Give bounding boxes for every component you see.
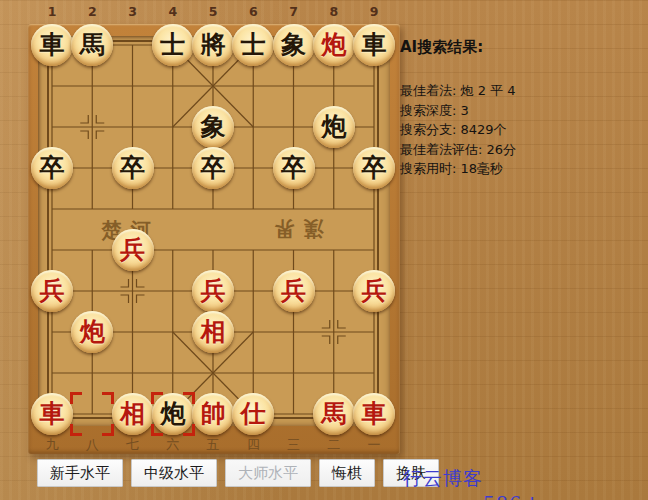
file-label-top-4: 4 bbox=[162, 4, 184, 19]
red-soldier-piece[interactable]: 兵 bbox=[31, 270, 73, 312]
file-label-bottom-8: 二 bbox=[323, 436, 345, 454]
file-label-bottom-9: 一 bbox=[363, 436, 385, 454]
file-label-top-5: 5 bbox=[202, 4, 224, 19]
xiangqi-board[interactable]: 楚河 漢界 車馬士將士象炮車象炮卒卒卒卒卒兵兵兵兵兵炮相車相炮帥仕馬車 九八七六… bbox=[28, 24, 400, 454]
ai-result-line-3: 搜索分支: 8429个 bbox=[400, 120, 646, 140]
ai-result-line-5: 搜索用时: 18毫秒 bbox=[400, 159, 646, 179]
intermediate-level-button[interactable]: 中级水平 bbox=[131, 459, 217, 487]
black-chariot-piece[interactable]: 車 bbox=[353, 24, 395, 66]
ai-search-panel: AI搜索结果: 最佳着法: 炮 2 平 4搜索深度: 3搜索分支: 8429个最… bbox=[400, 38, 646, 179]
file-label-bottom-4: 六 bbox=[162, 436, 184, 454]
file-label-top-3: 3 bbox=[122, 4, 144, 19]
black-general-piece[interactable]: 將 bbox=[192, 24, 234, 66]
black-soldier-piece[interactable]: 卒 bbox=[112, 147, 154, 189]
red-soldier-piece[interactable]: 兵 bbox=[273, 270, 315, 312]
undo-move-button[interactable]: 悔棋 bbox=[319, 459, 375, 487]
red-general-piece[interactable]: 帥 bbox=[192, 393, 234, 435]
red-soldier-piece[interactable]: 兵 bbox=[112, 229, 154, 271]
file-label-top-6: 6 bbox=[242, 4, 264, 19]
file-label-bottom-5: 五 bbox=[202, 436, 224, 454]
file-label-bottom-3: 七 bbox=[122, 436, 144, 454]
watermark-text: 行云博客 www.xy586.top bbox=[403, 466, 648, 500]
black-cannon-piece[interactable]: 炮 bbox=[313, 106, 355, 148]
black-soldier-piece[interactable]: 卒 bbox=[31, 147, 73, 189]
last-move-to-marker bbox=[151, 392, 195, 436]
file-label-bottom-7: 三 bbox=[283, 436, 305, 454]
black-elephant-piece[interactable]: 象 bbox=[192, 106, 234, 148]
master-level-button: 大师水平 bbox=[225, 459, 311, 487]
file-label-top-1: 1 bbox=[41, 4, 63, 19]
app-window: 123456789 楚河 漢界 車馬士將士象炮車象炮卒卒卒卒卒兵兵兵兵兵炮相車相… bbox=[0, 0, 648, 500]
red-elephant-piece[interactable]: 相 bbox=[192, 311, 234, 353]
file-label-bottom-2: 八 bbox=[81, 436, 103, 454]
red-advisor-piece[interactable]: 仕 bbox=[232, 393, 274, 435]
red-chariot-piece[interactable]: 車 bbox=[31, 393, 73, 435]
bottom-file-labels: 九八七六五四三二一 bbox=[28, 436, 400, 452]
red-chariot-piece[interactable]: 車 bbox=[353, 393, 395, 435]
black-horse-piece[interactable]: 馬 bbox=[71, 24, 113, 66]
last-move-from-marker bbox=[70, 392, 114, 436]
red-elephant-piece[interactable]: 相 bbox=[112, 393, 154, 435]
red-cannon-piece[interactable]: 炮 bbox=[71, 311, 113, 353]
file-label-bottom-1: 九 bbox=[41, 436, 63, 454]
ai-panel-title: AI搜索结果: bbox=[400, 38, 646, 57]
ai-result-line-1: 最佳着法: 炮 2 平 4 bbox=[400, 81, 646, 101]
black-soldier-piece[interactable]: 卒 bbox=[353, 147, 395, 189]
novice-level-button[interactable]: 新手水平 bbox=[37, 459, 123, 487]
file-label-top-8: 8 bbox=[323, 4, 345, 19]
file-label-top-2: 2 bbox=[81, 4, 103, 19]
black-chariot-piece[interactable]: 車 bbox=[31, 24, 73, 66]
red-cannon-piece[interactable]: 炮 bbox=[313, 24, 355, 66]
black-soldier-piece[interactable]: 卒 bbox=[273, 147, 315, 189]
ai-result-lines: 最佳着法: 炮 2 平 4搜索深度: 3搜索分支: 8429个最佳着法评估: 2… bbox=[400, 81, 646, 179]
file-label-top-7: 7 bbox=[283, 4, 305, 19]
file-label-top-9: 9 bbox=[363, 4, 385, 19]
ai-result-line-4: 最佳着法评估: 26分 bbox=[400, 140, 646, 160]
toolbar: 新手水平中级水平大师水平悔棋换肤 bbox=[37, 459, 439, 487]
black-soldier-piece[interactable]: 卒 bbox=[192, 147, 234, 189]
top-file-labels: 123456789 bbox=[28, 4, 400, 20]
black-advisor-piece[interactable]: 士 bbox=[152, 24, 194, 66]
red-horse-piece[interactable]: 馬 bbox=[313, 393, 355, 435]
file-label-bottom-6: 四 bbox=[242, 436, 264, 454]
red-soldier-piece[interactable]: 兵 bbox=[353, 270, 395, 312]
red-soldier-piece[interactable]: 兵 bbox=[192, 270, 234, 312]
black-advisor-piece[interactable]: 士 bbox=[232, 24, 274, 66]
river-text-right: 漢界 bbox=[257, 215, 341, 242]
black-elephant-piece[interactable]: 象 bbox=[273, 24, 315, 66]
ai-result-line-2: 搜索深度: 3 bbox=[400, 101, 646, 121]
